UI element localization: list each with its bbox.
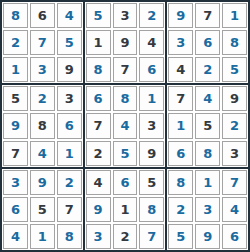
sudoku-cell-r2c8[interactable]: 6 — [195, 30, 220, 55]
sudoku-cell-r2c6[interactable]: 4 — [139, 30, 164, 55]
sudoku-box: 817234596 — [167, 169, 248, 250]
sudoku-cell-r7c5[interactable]: 6 — [113, 170, 138, 195]
sudoku-cell-r7c2[interactable]: 9 — [30, 170, 55, 195]
sudoku-cell-r2c1[interactable]: 2 — [3, 30, 28, 55]
sudoku-cell-r3c5[interactable]: 7 — [113, 57, 138, 82]
sudoku-cell-r9c9[interactable]: 6 — [222, 224, 247, 249]
sudoku-cell-r1c9[interactable]: 1 — [222, 3, 247, 28]
sudoku-cell-r4c6[interactable]: 1 — [139, 86, 164, 111]
sudoku-box: 532194876 — [85, 2, 166, 83]
sudoku-cell-r6c4[interactable]: 2 — [86, 141, 111, 166]
sudoku-cell-r8c6[interactable]: 8 — [139, 197, 164, 222]
sudoku-cell-r9c6[interactable]: 7 — [139, 224, 164, 249]
sudoku-cell-r6c5[interactable]: 5 — [113, 141, 138, 166]
sudoku-cell-r9c4[interactable]: 3 — [86, 224, 111, 249]
sudoku-box: 392657418 — [2, 169, 83, 250]
sudoku-cell-r7c7[interactable]: 8 — [168, 170, 193, 195]
sudoku-cell-r3c4[interactable]: 8 — [86, 57, 111, 82]
sudoku-cell-r4c9[interactable]: 9 — [222, 86, 247, 111]
sudoku-cell-r1c7[interactable]: 9 — [168, 3, 193, 28]
sudoku-cell-r4c4[interactable]: 6 — [86, 86, 111, 111]
sudoku-cell-r3c8[interactable]: 2 — [195, 57, 220, 82]
sudoku-cell-r7c4[interactable]: 4 — [86, 170, 111, 195]
sudoku-board: 8642751395321948769713684255239867416817… — [0, 0, 250, 252]
sudoku-cell-r4c3[interactable]: 3 — [57, 86, 82, 111]
sudoku-cell-r6c3[interactable]: 1 — [57, 141, 82, 166]
sudoku-cell-r9c5[interactable]: 2 — [113, 224, 138, 249]
sudoku-box: 864275139 — [2, 2, 83, 83]
sudoku-cell-r5c9[interactable]: 2 — [222, 113, 247, 138]
sudoku-cell-r9c3[interactable]: 8 — [57, 224, 82, 249]
sudoku-cell-r2c5[interactable]: 9 — [113, 30, 138, 55]
sudoku-cell-r5c1[interactable]: 9 — [3, 113, 28, 138]
sudoku-box: 523986741 — [2, 85, 83, 166]
sudoku-cell-r1c5[interactable]: 3 — [113, 3, 138, 28]
sudoku-cell-r2c2[interactable]: 7 — [30, 30, 55, 55]
sudoku-cell-r9c2[interactable]: 1 — [30, 224, 55, 249]
sudoku-cell-r5c7[interactable]: 1 — [168, 113, 193, 138]
sudoku-cell-r3c7[interactable]: 4 — [168, 57, 193, 82]
sudoku-cell-r8c1[interactable]: 6 — [3, 197, 28, 222]
sudoku-cell-r6c8[interactable]: 8 — [195, 141, 220, 166]
sudoku-cell-r5c3[interactable]: 6 — [57, 113, 82, 138]
sudoku-cell-r8c4[interactable]: 9 — [86, 197, 111, 222]
sudoku-cell-r6c9[interactable]: 3 — [222, 141, 247, 166]
sudoku-cell-r4c2[interactable]: 2 — [30, 86, 55, 111]
sudoku-cell-r3c1[interactable]: 1 — [3, 57, 28, 82]
sudoku-cell-r6c1[interactable]: 7 — [3, 141, 28, 166]
sudoku-cell-r7c3[interactable]: 2 — [57, 170, 82, 195]
sudoku-cell-r1c8[interactable]: 7 — [195, 3, 220, 28]
sudoku-box: 681743259 — [85, 85, 166, 166]
sudoku-cell-r2c3[interactable]: 5 — [57, 30, 82, 55]
sudoku-cell-r7c1[interactable]: 3 — [3, 170, 28, 195]
sudoku-cell-r8c3[interactable]: 7 — [57, 197, 82, 222]
sudoku-cell-r8c5[interactable]: 1 — [113, 197, 138, 222]
sudoku-cell-r8c2[interactable]: 5 — [30, 197, 55, 222]
sudoku-cell-r5c2[interactable]: 8 — [30, 113, 55, 138]
sudoku-cell-r3c9[interactable]: 5 — [222, 57, 247, 82]
sudoku-cell-r1c3[interactable]: 4 — [57, 3, 82, 28]
sudoku-cell-r9c1[interactable]: 4 — [3, 224, 28, 249]
sudoku-cell-r3c6[interactable]: 6 — [139, 57, 164, 82]
sudoku-box: 465918327 — [85, 169, 166, 250]
sudoku-cell-r4c1[interactable]: 5 — [3, 86, 28, 111]
sudoku-cell-r3c2[interactable]: 3 — [30, 57, 55, 82]
sudoku-cell-r5c6[interactable]: 3 — [139, 113, 164, 138]
sudoku-box: 971368425 — [167, 2, 248, 83]
sudoku-cell-r5c4[interactable]: 7 — [86, 113, 111, 138]
sudoku-box: 749152683 — [167, 85, 248, 166]
sudoku-cell-r1c2[interactable]: 6 — [30, 3, 55, 28]
sudoku-cell-r3c3[interactable]: 9 — [57, 57, 82, 82]
sudoku-cell-r9c7[interactable]: 5 — [168, 224, 193, 249]
sudoku-cell-r6c7[interactable]: 6 — [168, 141, 193, 166]
sudoku-cell-r2c7[interactable]: 3 — [168, 30, 193, 55]
sudoku-cell-r7c9[interactable]: 7 — [222, 170, 247, 195]
sudoku-cell-r6c6[interactable]: 9 — [139, 141, 164, 166]
sudoku-cell-r2c9[interactable]: 8 — [222, 30, 247, 55]
sudoku-cell-r7c6[interactable]: 5 — [139, 170, 164, 195]
sudoku-cell-r8c8[interactable]: 3 — [195, 197, 220, 222]
sudoku-cell-r4c5[interactable]: 8 — [113, 86, 138, 111]
sudoku-cell-r2c4[interactable]: 1 — [86, 30, 111, 55]
sudoku-cell-r4c7[interactable]: 7 — [168, 86, 193, 111]
sudoku-cell-r1c6[interactable]: 2 — [139, 3, 164, 28]
sudoku-cell-r5c5[interactable]: 4 — [113, 113, 138, 138]
sudoku-cell-r8c9[interactable]: 4 — [222, 197, 247, 222]
sudoku-cell-r5c8[interactable]: 5 — [195, 113, 220, 138]
sudoku-cell-r1c1[interactable]: 8 — [3, 3, 28, 28]
sudoku-cell-r1c4[interactable]: 5 — [86, 3, 111, 28]
sudoku-cell-r4c8[interactable]: 4 — [195, 86, 220, 111]
sudoku-cell-r6c2[interactable]: 4 — [30, 141, 55, 166]
sudoku-cell-r9c8[interactable]: 9 — [195, 224, 220, 249]
sudoku-cell-r7c8[interactable]: 1 — [195, 170, 220, 195]
sudoku-cell-r8c7[interactable]: 2 — [168, 197, 193, 222]
